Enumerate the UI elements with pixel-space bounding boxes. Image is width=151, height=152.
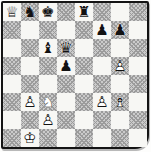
square-f4 xyxy=(93,75,111,93)
piece-white-pawn: ♙ xyxy=(93,93,111,111)
square-f5 xyxy=(93,57,111,75)
square-d6: ♛ xyxy=(57,39,75,57)
square-d2 xyxy=(57,111,75,129)
square-e3 xyxy=(75,93,93,111)
square-b1: ♚♔ xyxy=(21,129,39,147)
piece-black-pawn: ♟ xyxy=(93,21,111,39)
square-c4 xyxy=(39,75,57,93)
square-a4 xyxy=(3,75,21,93)
square-h7 xyxy=(129,21,147,39)
square-e4 xyxy=(75,75,93,93)
square-c3: ♞♘ xyxy=(39,93,57,111)
square-d7 xyxy=(57,21,75,39)
chess-board: ♛♕♞♚♜♟♟♝♛♟♟♙♟♙♞♘♟♙♝♗♟♙♚♔ xyxy=(1,1,149,149)
piece-white-pawn: ♙ xyxy=(21,93,39,111)
piece-white-pawn: ♙ xyxy=(111,57,129,75)
square-a8: ♛♕ xyxy=(3,3,21,21)
square-c7 xyxy=(39,21,57,39)
square-f6 xyxy=(93,39,111,57)
scanned-diagram-page: ♛♕♞♚♜♟♟♝♛♟♟♙♟♙♞♘♟♙♝♗♟♙♚♔ xyxy=(0,0,151,152)
square-g2 xyxy=(111,111,129,129)
piece-black-queen: ♛ xyxy=(57,39,75,57)
square-a7 xyxy=(3,21,21,39)
piece-black-pawn: ♟ xyxy=(111,21,129,39)
piece-black-bishop: ♝ xyxy=(39,39,57,57)
square-g6 xyxy=(111,39,129,57)
square-b2 xyxy=(21,111,39,129)
square-h8 xyxy=(129,3,147,21)
square-e1 xyxy=(75,129,93,147)
square-d4 xyxy=(57,75,75,93)
square-c5 xyxy=(39,57,57,75)
square-h5 xyxy=(129,57,147,75)
piece-black-rook: ♜ xyxy=(75,3,93,21)
square-g3: ♝♗ xyxy=(111,93,129,111)
square-g7: ♟ xyxy=(111,21,129,39)
square-e2 xyxy=(75,111,93,129)
square-f3: ♟♙ xyxy=(93,93,111,111)
square-h6 xyxy=(129,39,147,57)
square-h3 xyxy=(129,93,147,111)
square-d3 xyxy=(57,93,75,111)
square-a2 xyxy=(3,111,21,129)
square-c2: ♟♙ xyxy=(39,111,57,129)
square-e7 xyxy=(75,21,93,39)
piece-white-queen: ♕ xyxy=(3,3,21,21)
piece-black-knight: ♞ xyxy=(21,3,39,21)
square-c6: ♝ xyxy=(39,39,57,57)
square-g8 xyxy=(111,3,129,21)
square-h2 xyxy=(129,111,147,129)
square-b3: ♟♙ xyxy=(21,93,39,111)
square-b7 xyxy=(21,21,39,39)
square-c8: ♚ xyxy=(39,3,57,21)
square-b5 xyxy=(21,57,39,75)
square-b4 xyxy=(21,75,39,93)
square-f7: ♟ xyxy=(93,21,111,39)
square-c1 xyxy=(39,129,57,147)
piece-black-pawn: ♟ xyxy=(57,57,75,75)
square-a3 xyxy=(3,93,21,111)
square-g5: ♟♙ xyxy=(111,57,129,75)
square-d5: ♟ xyxy=(57,57,75,75)
piece-white-knight: ♘ xyxy=(39,93,57,111)
square-a6 xyxy=(3,39,21,57)
square-g4 xyxy=(111,75,129,93)
square-f1 xyxy=(93,129,111,147)
piece-white-pawn: ♙ xyxy=(39,111,57,129)
square-b8: ♞ xyxy=(21,3,39,21)
square-f2 xyxy=(93,111,111,129)
piece-white-king: ♔ xyxy=(21,129,39,147)
square-g1 xyxy=(111,129,129,147)
square-d8 xyxy=(57,3,75,21)
square-e8: ♜ xyxy=(75,3,93,21)
square-f8 xyxy=(93,3,111,21)
square-a5 xyxy=(3,57,21,75)
piece-white-bishop: ♗ xyxy=(111,93,129,111)
square-b6 xyxy=(21,39,39,57)
square-e5 xyxy=(75,57,93,75)
piece-black-king: ♚ xyxy=(39,3,57,21)
square-a1 xyxy=(3,129,21,147)
square-e6 xyxy=(75,39,93,57)
square-h1 xyxy=(129,129,147,147)
square-d1 xyxy=(57,129,75,147)
square-h4 xyxy=(129,75,147,93)
